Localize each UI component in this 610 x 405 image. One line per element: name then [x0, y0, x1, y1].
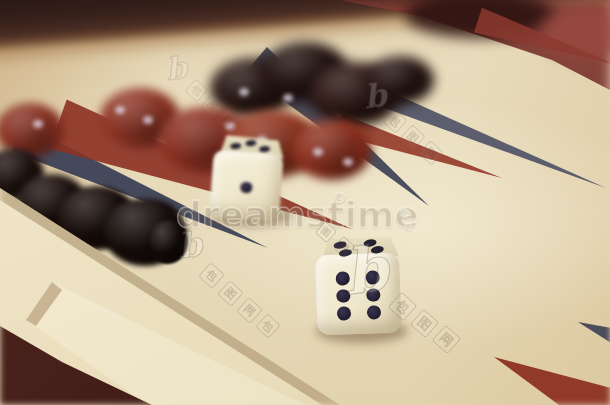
- cn-watermark-logo: b: [176, 227, 204, 264]
- cn-watermark-box: 图: [217, 280, 244, 307]
- cn-watermark-box: 网: [216, 108, 240, 132]
- cn-watermark-box: 网: [418, 140, 443, 165]
- cn-watermark-box: 图: [410, 309, 440, 339]
- cn-watermark-logo: b: [362, 79, 389, 114]
- copyright-mark: ©: [332, 189, 347, 207]
- cn-watermark-box: 包: [255, 313, 280, 338]
- cn-watermark-box: 图: [400, 124, 425, 149]
- cn-watermark-logo: b: [164, 53, 189, 86]
- registered-mark-2: ®: [403, 221, 414, 234]
- cn-watermark-box: 网: [236, 297, 263, 324]
- watermark-layer: dreamstime ® ® © b包图网b包图网包b包图网图网b包图网: [0, 0, 610, 405]
- cn-watermark-logo: b: [340, 237, 392, 304]
- cn-watermark-box: 包: [388, 292, 418, 322]
- cn-watermark-box: 包: [198, 262, 225, 289]
- backgammon-photo: dreamstime ® ® © b包图网b包图网包b包图网图网b包图网: [0, 0, 610, 405]
- registered-mark: ®: [398, 206, 411, 221]
- cn-watermark-box: 网: [432, 325, 462, 355]
- cn-watermark-box: 图: [200, 93, 224, 117]
- dreamstime-watermark: dreamstime: [176, 194, 419, 235]
